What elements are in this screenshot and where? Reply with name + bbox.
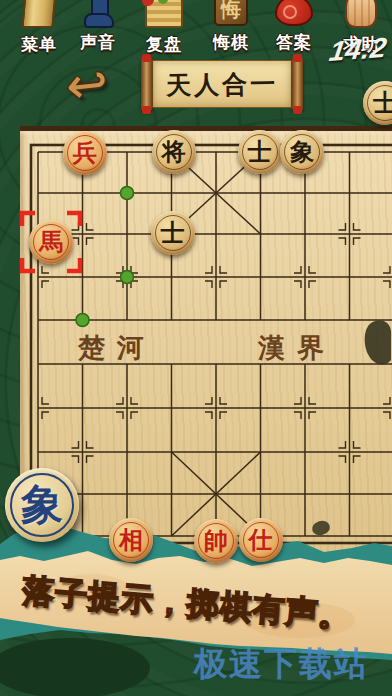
piece-red-相[interactable]: 相 [109, 518, 153, 562]
piece-red-帥[interactable]: 帥 [194, 519, 238, 563]
cloud-icon [275, 0, 313, 26]
site-watermark: 极速下载站 [194, 642, 369, 687]
timer: 14:2 [327, 32, 388, 68]
tray-piece-black-advisor[interactable]: 士 [363, 81, 392, 125]
undo-tile-icon: 悔 [214, 0, 248, 26]
scroll-parchment: 天人合一 [152, 60, 292, 108]
big-elephant-char: 象 [21, 477, 63, 533]
piece-black-象[interactable]: 象 [280, 130, 324, 174]
back-button[interactable]: ↩ [64, 58, 111, 112]
scroll-roller-left [141, 57, 152, 111]
scroll-roller-right [292, 57, 303, 111]
toolbar-button-sound[interactable]: 声音 [70, 0, 126, 54]
game-screen: 楚河漢界 兵将士象士馬相帥仕士 落子提示，掷棋有声。 象 极速下载站 菜单 声音 [0, 0, 392, 696]
piece-red-仕[interactable]: 仕 [239, 518, 283, 562]
puzzle-title-banner: 天人合一 [141, 57, 303, 111]
piece-black-士[interactable]: 士 [238, 130, 282, 174]
big-elephant-piece-icon: 象 [5, 468, 79, 542]
toolbar-label: 答案 [266, 31, 322, 54]
toolbar-button-answer[interactable]: 答案 [266, 0, 322, 54]
toolbar-label: 复盘 [136, 33, 192, 56]
toolbar-label: 悔棋 [203, 31, 259, 54]
piece-black-将[interactable]: 将 [152, 130, 196, 174]
toolbar-button-undo[interactable]: 悔 悔棋 [203, 0, 259, 54]
mat-icon [145, 0, 183, 28]
piece-black-士[interactable]: 士 [151, 211, 195, 255]
toolbar-label: 声音 [70, 31, 126, 54]
toolbar-button-menu[interactable]: 菜单 [11, 0, 67, 56]
toolbar-label: 菜单 [11, 33, 67, 56]
piece-red-馬[interactable]: 馬 [29, 220, 73, 264]
puzzle-title: 天人合一 [166, 67, 279, 102]
piece-red-兵[interactable]: 兵 [63, 131, 107, 175]
scroll-icon [21, 0, 56, 28]
boot-icon [82, 0, 114, 26]
hand-icon [345, 0, 377, 28]
toolbar-button-replay[interactable]: 复盘 [136, 0, 192, 56]
